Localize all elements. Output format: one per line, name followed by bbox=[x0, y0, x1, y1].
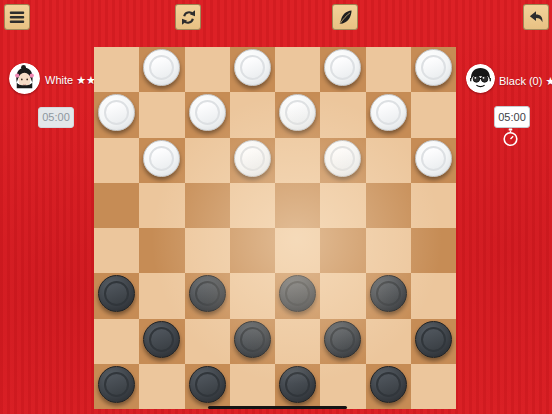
square-d4[interactable] bbox=[230, 228, 275, 273]
square-c2[interactable] bbox=[185, 319, 230, 364]
checker-ring bbox=[376, 372, 401, 397]
square-b6[interactable] bbox=[139, 138, 184, 183]
square-e2[interactable] bbox=[275, 319, 320, 364]
square-c3[interactable] bbox=[185, 273, 230, 318]
square-d2[interactable] bbox=[230, 319, 275, 364]
square-f3[interactable] bbox=[320, 273, 365, 318]
checker-ring bbox=[195, 372, 220, 397]
checker-ring bbox=[149, 146, 174, 171]
white-checker-piece[interactable] bbox=[279, 94, 316, 131]
square-e8[interactable] bbox=[275, 47, 320, 92]
square-a6[interactable] bbox=[94, 138, 139, 183]
square-f1[interactable] bbox=[320, 364, 365, 409]
black-checker-piece[interactable] bbox=[370, 366, 407, 403]
square-d5[interactable] bbox=[230, 183, 275, 228]
black-player-clock: 05:00 bbox=[494, 106, 530, 128]
checker-ring bbox=[330, 146, 355, 171]
hamburger-menu-icon bbox=[8, 8, 26, 26]
square-g5[interactable] bbox=[366, 183, 411, 228]
square-h5[interactable] bbox=[411, 183, 456, 228]
square-h2[interactable] bbox=[411, 319, 456, 364]
square-h3[interactable] bbox=[411, 273, 456, 318]
white-checker-piece[interactable] bbox=[324, 49, 361, 86]
app-screen: { "app": {"background_color": "#dc1d22",… bbox=[0, 0, 552, 414]
black-player-label: Black (0) ★ bbox=[499, 75, 552, 88]
white-checker-piece[interactable] bbox=[189, 94, 226, 131]
checker-ring bbox=[104, 281, 129, 306]
square-c7[interactable] bbox=[185, 92, 230, 137]
checker-ring bbox=[421, 146, 446, 171]
square-a3[interactable] bbox=[94, 273, 139, 318]
checker-ring bbox=[240, 146, 265, 171]
checker-ring bbox=[421, 55, 446, 80]
square-f7[interactable] bbox=[320, 92, 365, 137]
square-h6[interactable] bbox=[411, 138, 456, 183]
square-e7[interactable] bbox=[275, 92, 320, 137]
refresh-arrows-icon bbox=[179, 8, 198, 27]
white-checker-piece[interactable] bbox=[415, 49, 452, 86]
black-checker-piece[interactable] bbox=[324, 321, 361, 358]
square-f8[interactable] bbox=[320, 47, 365, 92]
white-checker-piece[interactable] bbox=[234, 140, 271, 177]
square-e5[interactable] bbox=[275, 183, 320, 228]
feather-button[interactable] bbox=[332, 4, 358, 30]
square-c1[interactable] bbox=[185, 364, 230, 409]
checker-ring bbox=[149, 327, 174, 352]
black-checker-piece[interactable] bbox=[234, 321, 271, 358]
checker-ring bbox=[195, 100, 220, 125]
checker-ring bbox=[330, 327, 355, 352]
feather-quill-icon bbox=[336, 8, 354, 26]
square-f2[interactable] bbox=[320, 319, 365, 364]
black-checker-piece[interactable] bbox=[98, 275, 135, 312]
square-g6[interactable] bbox=[366, 138, 411, 183]
checker-ring bbox=[285, 281, 310, 306]
boy-with-glasses-avatar bbox=[466, 64, 495, 93]
square-a8[interactable] bbox=[94, 47, 139, 92]
white-player-avatar bbox=[9, 63, 40, 94]
white-checker-piece[interactable] bbox=[370, 94, 407, 131]
black-checker-piece[interactable] bbox=[189, 366, 226, 403]
checker-ring bbox=[330, 55, 355, 80]
checker-ring bbox=[240, 327, 265, 352]
checker-ring bbox=[195, 281, 220, 306]
square-b4[interactable] bbox=[139, 228, 184, 273]
square-e6[interactable] bbox=[275, 138, 320, 183]
square-f6[interactable] bbox=[320, 138, 365, 183]
checker-ring bbox=[285, 372, 310, 397]
white-checker-piece[interactable] bbox=[143, 140, 180, 177]
black-checker-piece[interactable] bbox=[279, 275, 316, 312]
square-c4[interactable] bbox=[185, 228, 230, 273]
checker-ring bbox=[104, 100, 129, 125]
menu-button[interactable] bbox=[4, 4, 30, 30]
square-b3[interactable] bbox=[139, 273, 184, 318]
square-d1[interactable] bbox=[230, 364, 275, 409]
board bbox=[94, 47, 456, 409]
checker-ring bbox=[240, 55, 265, 80]
undo-arrow-icon bbox=[527, 8, 545, 26]
square-g4[interactable] bbox=[366, 228, 411, 273]
black-player-avatar bbox=[466, 64, 495, 93]
square-c6[interactable] bbox=[185, 138, 230, 183]
checker-ring bbox=[149, 55, 174, 80]
black-checker-piece[interactable] bbox=[189, 275, 226, 312]
checker-ring bbox=[376, 100, 401, 125]
square-e4[interactable] bbox=[275, 228, 320, 273]
square-b5[interactable] bbox=[139, 183, 184, 228]
square-h7[interactable] bbox=[411, 92, 456, 137]
square-e1[interactable] bbox=[275, 364, 320, 409]
square-c5[interactable] bbox=[185, 183, 230, 228]
square-c8[interactable] bbox=[185, 47, 230, 92]
checker-ring bbox=[376, 281, 401, 306]
black-checker-piece[interactable] bbox=[279, 366, 316, 403]
square-h4[interactable] bbox=[411, 228, 456, 273]
square-g8[interactable] bbox=[366, 47, 411, 92]
square-f4[interactable] bbox=[320, 228, 365, 273]
square-g3[interactable] bbox=[366, 273, 411, 318]
square-d3[interactable] bbox=[230, 273, 275, 318]
square-d6[interactable] bbox=[230, 138, 275, 183]
black-checker-piece[interactable] bbox=[415, 321, 452, 358]
checker-ring bbox=[285, 100, 310, 125]
square-b8[interactable] bbox=[139, 47, 184, 92]
square-g1[interactable] bbox=[366, 364, 411, 409]
white-checker-piece[interactable] bbox=[234, 49, 271, 86]
checker-ring bbox=[104, 372, 129, 397]
square-g7[interactable] bbox=[366, 92, 411, 137]
black-checker-piece[interactable] bbox=[98, 366, 135, 403]
square-e3[interactable] bbox=[275, 273, 320, 318]
square-h8[interactable] bbox=[411, 47, 456, 92]
white-checker-piece[interactable] bbox=[324, 140, 361, 177]
girl-with-flower-avatar bbox=[9, 63, 40, 94]
square-h1[interactable] bbox=[411, 364, 456, 409]
white-checker-piece[interactable] bbox=[98, 94, 135, 131]
square-b7[interactable] bbox=[139, 92, 184, 137]
checker-ring bbox=[421, 327, 446, 352]
square-a5[interactable] bbox=[94, 183, 139, 228]
home-indicator[interactable] bbox=[208, 406, 347, 409]
square-g2[interactable] bbox=[366, 319, 411, 364]
square-a1[interactable] bbox=[94, 364, 139, 409]
white-player-clock: 05:00 bbox=[38, 107, 74, 128]
square-b1[interactable] bbox=[139, 364, 184, 409]
white-checker-piece[interactable] bbox=[143, 49, 180, 86]
square-a7[interactable] bbox=[94, 92, 139, 137]
square-d8[interactable] bbox=[230, 47, 275, 92]
square-a4[interactable] bbox=[94, 228, 139, 273]
refresh-button[interactable] bbox=[175, 4, 201, 30]
square-d7[interactable] bbox=[230, 92, 275, 137]
white-checker-piece[interactable] bbox=[415, 140, 452, 177]
stopwatch-icon bbox=[502, 128, 519, 147]
black-checker-piece[interactable] bbox=[143, 321, 180, 358]
square-f5[interactable] bbox=[320, 183, 365, 228]
undo-button[interactable] bbox=[523, 4, 549, 30]
black-checker-piece[interactable] bbox=[370, 275, 407, 312]
square-a2[interactable] bbox=[94, 319, 139, 364]
square-b2[interactable] bbox=[139, 319, 184, 364]
